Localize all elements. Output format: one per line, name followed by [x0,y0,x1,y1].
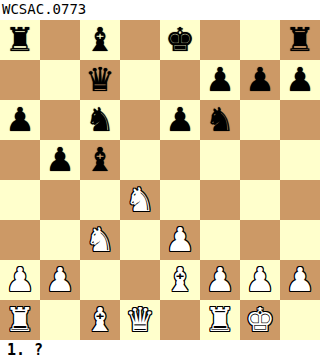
square-a5[interactable] [0,140,40,180]
square-h3[interactable] [280,220,320,260]
square-d3[interactable] [120,220,160,260]
chess-board: ♜♝♚♜♛♟♟♟♟♞♟♞♟♝♞♞♟♟♟♝♟♟♟♜♝♛♜♚ [0,20,320,340]
square-c6[interactable]: ♞ [80,100,120,140]
square-d6[interactable] [120,100,160,140]
piece-black-pawn: ♟ [165,100,195,140]
square-e5[interactable] [160,140,200,180]
square-d4[interactable]: ♞ [120,180,160,220]
piece-white-bishop: ♝ [165,260,195,300]
square-e8[interactable]: ♚ [160,20,200,60]
square-c4[interactable] [80,180,120,220]
piece-white-queen: ♛ [125,300,155,340]
square-f5[interactable] [200,140,240,180]
piece-black-queen: ♛ [85,60,115,100]
square-d1[interactable]: ♛ [120,300,160,340]
square-a2[interactable]: ♟ [0,260,40,300]
square-h7[interactable]: ♟ [280,60,320,100]
square-b4[interactable] [40,180,80,220]
square-c3[interactable]: ♞ [80,220,120,260]
square-a3[interactable] [0,220,40,260]
square-g8[interactable] [240,20,280,60]
square-b8[interactable] [40,20,80,60]
square-g1[interactable]: ♚ [240,300,280,340]
square-d7[interactable] [120,60,160,100]
piece-white-pawn: ♟ [285,260,315,300]
square-d8[interactable] [120,20,160,60]
piece-black-king: ♚ [165,20,195,60]
square-g3[interactable] [240,220,280,260]
piece-white-rook: ♜ [5,300,35,340]
square-h1[interactable] [280,300,320,340]
square-c7[interactable]: ♛ [80,60,120,100]
piece-black-pawn: ♟ [205,60,235,100]
piece-black-bishop: ♝ [85,140,115,180]
square-b3[interactable] [40,220,80,260]
square-b2[interactable]: ♟ [40,260,80,300]
square-h2[interactable]: ♟ [280,260,320,300]
square-c5[interactable]: ♝ [80,140,120,180]
square-b5[interactable]: ♟ [40,140,80,180]
square-f8[interactable] [200,20,240,60]
piece-black-knight: ♞ [85,100,115,140]
square-d5[interactable] [120,140,160,180]
piece-white-pawn: ♟ [165,220,195,260]
square-e1[interactable] [160,300,200,340]
square-a6[interactable]: ♟ [0,100,40,140]
square-e3[interactable]: ♟ [160,220,200,260]
square-f3[interactable] [200,220,240,260]
piece-black-rook: ♜ [285,20,315,60]
square-f7[interactable]: ♟ [200,60,240,100]
piece-white-knight: ♞ [125,180,155,220]
square-f6[interactable]: ♞ [200,100,240,140]
square-g4[interactable] [240,180,280,220]
piece-white-pawn: ♟ [5,260,35,300]
square-c1[interactable]: ♝ [80,300,120,340]
piece-white-king: ♚ [245,300,275,340]
chess-app-window: WCSAC.0773 ♜♝♚♜♛♟♟♟♟♞♟♞♟♝♞♞♟♟♟♝♟♟♟♜♝♛♜♚ … [0,0,320,360]
square-a7[interactable] [0,60,40,100]
piece-black-bishop: ♝ [85,20,115,60]
piece-black-pawn: ♟ [45,140,75,180]
piece-black-pawn: ♟ [285,60,315,100]
piece-white-pawn: ♟ [245,260,275,300]
square-g2[interactable]: ♟ [240,260,280,300]
square-f2[interactable]: ♟ [200,260,240,300]
puzzle-title: WCSAC.0773 [0,0,320,20]
piece-white-pawn: ♟ [45,260,75,300]
square-h8[interactable]: ♜ [280,20,320,60]
square-d2[interactable] [120,260,160,300]
piece-white-rook: ♜ [205,300,235,340]
square-g6[interactable] [240,100,280,140]
square-g7[interactable]: ♟ [240,60,280,100]
square-f1[interactable]: ♜ [200,300,240,340]
square-g5[interactable] [240,140,280,180]
square-b6[interactable] [40,100,80,140]
piece-white-bishop: ♝ [85,300,115,340]
square-b7[interactable] [40,60,80,100]
square-c8[interactable]: ♝ [80,20,120,60]
square-a8[interactable]: ♜ [0,20,40,60]
square-e7[interactable] [160,60,200,100]
square-h6[interactable] [280,100,320,140]
piece-black-pawn: ♟ [245,60,275,100]
piece-white-pawn: ♟ [205,260,235,300]
square-h5[interactable] [280,140,320,180]
move-prompt: 1. ? [0,340,320,360]
square-a1[interactable]: ♜ [0,300,40,340]
square-h4[interactable] [280,180,320,220]
piece-black-pawn: ♟ [5,100,35,140]
piece-black-knight: ♞ [205,100,235,140]
square-e4[interactable] [160,180,200,220]
square-c2[interactable] [80,260,120,300]
square-e2[interactable]: ♝ [160,260,200,300]
square-b1[interactable] [40,300,80,340]
square-f4[interactable] [200,180,240,220]
piece-white-knight: ♞ [85,220,115,260]
square-a4[interactable] [0,180,40,220]
square-e6[interactable]: ♟ [160,100,200,140]
piece-black-rook: ♜ [5,20,35,60]
